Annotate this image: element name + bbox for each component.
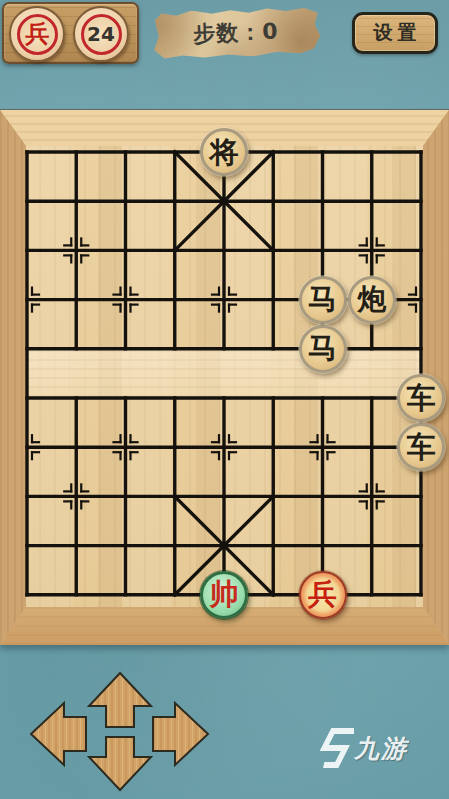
game-screen: 兵 24 步数：0 设置 将马炮马车车帅兵 (0, 0, 449, 799)
piece-马-6-3[interactable]: 马 (299, 276, 347, 324)
soldier-count-value: 24 (87, 24, 115, 44)
down-arrow-button[interactable] (89, 737, 151, 790)
xiangqi-board: 将马炮马车车帅兵 (0, 110, 449, 645)
9game-logo: 九游 (316, 722, 436, 774)
piece-帅-4-9[interactable]: 帅 (200, 571, 248, 619)
soldier-tray: 兵 24 (2, 2, 139, 64)
steps-label: 步数：0 (193, 17, 279, 50)
tray-soldier-label: 兵 (25, 22, 49, 46)
piece-将-4-0[interactable]: 将 (200, 128, 248, 176)
piece-炮-7-3[interactable]: 炮 (348, 276, 396, 324)
9game-logo-icon (316, 726, 354, 770)
up-arrow-button[interactable] (89, 673, 151, 727)
right-arrow-button[interactable] (153, 703, 208, 765)
piece-马-6-4[interactable]: 马 (299, 325, 347, 373)
steps-counter: 步数：0 (151, 6, 321, 60)
soldier-count-ring: 24 (81, 14, 122, 55)
settings-button[interactable]: 设置 (352, 12, 438, 54)
piece-兵-6-9[interactable]: 兵 (299, 571, 347, 619)
piece-车-8-6[interactable]: 车 (397, 423, 445, 471)
tray-soldier-piece: 兵 (9, 6, 65, 62)
direction-pad (20, 665, 220, 797)
soldier-count-badge: 24 (73, 6, 129, 62)
settings-label: 设置 (369, 20, 422, 46)
tray-soldier-ring: 兵 (17, 14, 58, 55)
9game-logo-text: 九游 (354, 732, 408, 765)
piece-车-8-5[interactable]: 车 (397, 374, 445, 422)
board-grid (0, 110, 449, 645)
left-arrow-button[interactable] (31, 703, 86, 765)
